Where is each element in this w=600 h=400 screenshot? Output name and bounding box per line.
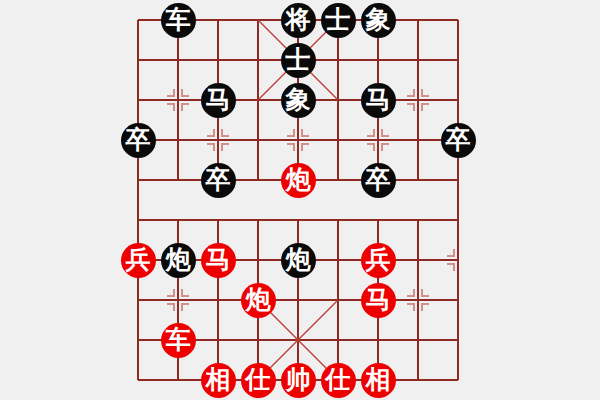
- piece-red-cannon[interactable]: 炮: [241, 283, 276, 318]
- piece-glyph: 卒: [446, 127, 471, 152]
- piece-glyph: 象: [286, 87, 311, 112]
- piece-glyph: 马: [206, 247, 231, 272]
- piece-black-horse[interactable]: 马: [361, 83, 396, 118]
- piece-black-advisor[interactable]: 士: [321, 3, 356, 38]
- piece-glyph: 士: [286, 47, 311, 72]
- piece-layer: 车将士象士马象马卒卒卒炮卒兵炮马炮兵炮马车相仕帅仕相: [118, 0, 478, 400]
- piece-glyph: 马: [206, 87, 231, 112]
- piece-black-chariot[interactable]: 车: [161, 3, 196, 38]
- piece-red-chariot[interactable]: 车: [161, 323, 196, 358]
- piece-black-elephant[interactable]: 象: [361, 3, 396, 38]
- piece-black-cannon[interactable]: 炮: [161, 243, 196, 278]
- piece-glyph: 仕: [246, 367, 271, 392]
- piece-glyph: 兵: [126, 247, 151, 272]
- piece-black-cannon[interactable]: 炮: [281, 243, 316, 278]
- piece-glyph: 炮: [166, 247, 191, 272]
- piece-glyph: 兵: [366, 247, 391, 272]
- piece-red-soldier[interactable]: 兵: [121, 243, 156, 278]
- piece-glyph: 炮: [286, 167, 311, 192]
- piece-glyph: 马: [366, 287, 391, 312]
- piece-black-soldier[interactable]: 卒: [201, 163, 236, 198]
- piece-black-general[interactable]: 将: [281, 3, 316, 38]
- piece-red-horse[interactable]: 马: [361, 283, 396, 318]
- piece-glyph: 帅: [286, 367, 311, 392]
- piece-glyph: 相: [366, 367, 391, 392]
- piece-black-horse[interactable]: 马: [201, 83, 236, 118]
- piece-glyph: 车: [166, 327, 191, 352]
- piece-glyph: 仕: [326, 367, 351, 392]
- piece-black-soldier[interactable]: 卒: [441, 123, 476, 158]
- piece-glyph: 将: [286, 7, 311, 32]
- piece-red-advisor[interactable]: 仕: [241, 363, 276, 398]
- piece-black-advisor[interactable]: 士: [281, 43, 316, 78]
- piece-red-general[interactable]: 帅: [281, 363, 316, 398]
- piece-glyph: 马: [366, 87, 391, 112]
- piece-red-horse[interactable]: 马: [201, 243, 236, 278]
- piece-red-elephant[interactable]: 相: [361, 363, 396, 398]
- piece-red-elephant[interactable]: 相: [201, 363, 236, 398]
- piece-red-cannon[interactable]: 炮: [281, 163, 316, 198]
- piece-glyph: 士: [326, 7, 351, 32]
- piece-glyph: 炮: [246, 287, 271, 312]
- piece-red-soldier[interactable]: 兵: [361, 243, 396, 278]
- piece-black-elephant[interactable]: 象: [281, 83, 316, 118]
- piece-glyph: 炮: [286, 247, 311, 272]
- piece-glyph: 卒: [206, 167, 231, 192]
- piece-red-advisor[interactable]: 仕: [321, 363, 356, 398]
- piece-glyph: 车: [166, 7, 191, 32]
- piece-glyph: 卒: [366, 167, 391, 192]
- xiangqi-board: 车将士象士马象马卒卒卒炮卒兵炮马炮兵炮马车相仕帅仕相: [0, 0, 600, 400]
- piece-black-soldier[interactable]: 卒: [361, 163, 396, 198]
- piece-black-soldier[interactable]: 卒: [121, 123, 156, 158]
- piece-glyph: 卒: [126, 127, 151, 152]
- piece-glyph: 象: [366, 7, 391, 32]
- piece-glyph: 相: [206, 367, 231, 392]
